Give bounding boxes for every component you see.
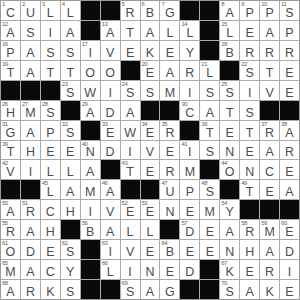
grid-cell[interactable]: 17I — [81, 41, 100, 60]
grid-cell[interactable]: E — [280, 61, 299, 80]
grid-cell[interactable]: I — [81, 200, 100, 219]
block-cell — [180, 1, 199, 20]
cell-letter: L — [141, 226, 160, 239]
grid-cell[interactable]: T — [260, 61, 279, 80]
cell-letter: A — [21, 266, 40, 279]
grid-cell[interactable]: 66L — [101, 260, 120, 279]
grid-cell[interactable]: L — [41, 160, 60, 179]
cell-letter: S — [61, 246, 80, 259]
crossword-board: 1C2U3L4L5R6B7G8A9P10P11S12ASIA13ATAL14L1… — [0, 0, 300, 300]
grid-cell[interactable]: A — [21, 220, 40, 239]
grid-cell[interactable]: A — [21, 41, 40, 60]
grid-cell[interactable]: 36T — [200, 121, 219, 140]
cell-letter: E — [141, 206, 160, 219]
block-cell — [220, 180, 239, 199]
grid-cell[interactable]: 27M — [21, 101, 40, 120]
grid-cell[interactable]: 20E — [141, 61, 160, 80]
cell-letter: S — [61, 87, 80, 100]
cell-letter: O — [1, 246, 20, 259]
grid-cell[interactable]: 51R — [21, 200, 40, 219]
cell-letter: A — [240, 286, 259, 299]
grid-cell[interactable]: 61O — [1, 240, 20, 259]
block-cell — [81, 260, 100, 279]
block-cell — [21, 180, 40, 199]
cell-letter: P — [280, 27, 299, 40]
grid-cell[interactable]: A — [141, 21, 160, 40]
cell-letter: A — [21, 67, 40, 80]
grid-cell[interactable]: P — [280, 21, 299, 40]
grid-cell[interactable]: A — [101, 220, 120, 239]
cell-letter: S — [21, 27, 40, 40]
grid-cell[interactable]: E — [260, 180, 279, 199]
grid-cell[interactable]: P — [180, 180, 199, 199]
cell-letter: R — [21, 206, 40, 219]
cell-letter: M — [1, 266, 20, 279]
cell-letter: S — [61, 47, 80, 60]
grid-cell[interactable]: 54Y — [220, 200, 239, 219]
cell-letter: E — [141, 127, 160, 140]
cell-letter: P — [41, 127, 60, 140]
grid-cell[interactable]: 53E — [141, 200, 160, 219]
grid-cell[interactable]: R — [180, 61, 199, 80]
grid-cell[interactable]: I — [280, 260, 299, 279]
cell-letter: B — [141, 7, 160, 20]
block-cell — [81, 121, 100, 140]
cell-letter: K — [220, 266, 239, 279]
grid-cell[interactable]: I — [240, 81, 259, 100]
cell-letter: R — [260, 266, 279, 279]
grid-cell[interactable]: 25S — [220, 81, 239, 100]
cell-letter: A — [220, 226, 239, 239]
grid-cell[interactable]: 7G — [160, 1, 179, 20]
cell-letter: E — [121, 206, 140, 219]
grid-cell[interactable]: 65M — [1, 260, 20, 279]
grid-cell[interactable]: D — [21, 240, 40, 259]
grid-cell[interactable]: 52E — [121, 200, 140, 219]
cell-letter: A — [81, 107, 100, 120]
grid-cell[interactable]: S — [200, 81, 219, 100]
cell-letter: A — [260, 27, 279, 40]
grid-cell[interactable]: 1C — [1, 1, 20, 20]
grid-cell[interactable]: A — [141, 280, 160, 299]
grid-cell[interactable]: 38A — [280, 121, 299, 140]
grid-cell[interactable]: 70S — [220, 280, 239, 299]
cell-letter: D — [280, 246, 299, 259]
grid-cell[interactable]: R — [280, 141, 299, 160]
grid-cell[interactable]: 3L — [41, 1, 60, 20]
grid-cell[interactable]: P — [41, 121, 60, 140]
cell-letter: M — [260, 226, 279, 239]
grid-cell[interactable]: D — [101, 101, 120, 120]
grid-cell[interactable]: 28S — [41, 101, 60, 120]
grid-cell[interactable]: O — [81, 61, 100, 80]
grid-cell[interactable]: H — [240, 240, 259, 259]
grid-cell[interactable]: K — [260, 280, 279, 299]
grid-cell[interactable]: L — [61, 160, 80, 179]
grid-cell[interactable]: 49T — [240, 180, 259, 199]
grid-cell[interactable]: M — [81, 180, 100, 199]
grid-cell[interactable]: E — [121, 41, 140, 60]
grid-cell[interactable]: I — [180, 81, 199, 100]
grid-cell[interactable]: 12A — [1, 21, 20, 40]
grid-cell[interactable]: L — [141, 220, 160, 239]
grid-cell[interactable]: 22S — [240, 61, 259, 80]
grid-cell[interactable]: 50A — [1, 200, 20, 219]
cell-letter: N — [141, 266, 160, 279]
block-cell — [280, 200, 299, 219]
grid-cell[interactable]: E — [160, 41, 179, 60]
block-cell — [81, 280, 100, 299]
cell-letter: H — [61, 206, 80, 219]
cell-letter: S — [121, 286, 140, 299]
grid-cell[interactable]: 5R — [121, 1, 140, 20]
grid-cell[interactable]: 18B — [220, 41, 239, 60]
grid-cell[interactable]: 45L — [41, 180, 60, 199]
cell-letter: L — [41, 186, 60, 199]
grid-cell[interactable]: I — [121, 141, 140, 160]
grid-cell[interactable]: E — [141, 240, 160, 259]
block-cell — [180, 280, 199, 299]
block-cell — [121, 180, 140, 199]
cell-letter: I — [81, 206, 100, 219]
cell-letter: N — [240, 166, 259, 179]
grid-cell[interactable]: V — [121, 240, 140, 259]
cell-letter: I — [41, 27, 60, 40]
grid-cell[interactable]: S — [141, 81, 160, 100]
grid-cell[interactable]: 6B — [141, 1, 160, 20]
grid-cell[interactable]: C — [260, 160, 279, 179]
grid-cell[interactable]: S — [21, 21, 40, 40]
grid-cell[interactable]: 42V — [1, 160, 20, 179]
cell-letter: E — [101, 127, 120, 140]
grid-cell[interactable]: 55R — [1, 220, 20, 239]
grid-cell[interactable]: S — [240, 101, 259, 120]
grid-cell[interactable]: N — [220, 240, 239, 259]
cell-letter: S — [41, 107, 60, 120]
cell-letter: G — [1, 127, 20, 140]
cell-letter: L — [200, 67, 219, 80]
grid-cell[interactable]: S — [41, 41, 60, 60]
grid-cell[interactable]: A — [280, 180, 299, 199]
block-cell — [260, 101, 279, 120]
block-cell — [21, 81, 40, 100]
grid-cell[interactable]: 62S — [61, 240, 80, 259]
cell-letter: E — [200, 246, 219, 259]
grid-cell[interactable]: 16P — [1, 41, 20, 60]
cell-letter: E — [121, 47, 140, 60]
grid-cell[interactable]: T — [61, 61, 80, 80]
cell-letter: T — [1, 146, 20, 159]
cell-letter: R — [280, 47, 299, 60]
grid-cell[interactable]: 68A — [1, 280, 20, 299]
grid-cell[interactable]: A — [260, 141, 279, 160]
grid-cell[interactable]: E — [41, 141, 60, 160]
grid-cell[interactable]: 10P — [260, 1, 279, 20]
grid-cell[interactable]: A — [121, 101, 140, 120]
grid-cell[interactable]: R — [260, 41, 279, 60]
grid-cell[interactable]: 44O — [220, 160, 239, 179]
grid-cell[interactable]: A — [260, 240, 279, 259]
grid-cell[interactable]: 35R — [160, 121, 179, 140]
block-cell — [1, 180, 20, 199]
grid-cell[interactable]: A — [260, 21, 279, 40]
block-cell — [81, 240, 100, 259]
grid-cell[interactable]: T — [220, 101, 239, 120]
grid-cell[interactable]: 13A — [101, 21, 120, 40]
grid-cell[interactable]: E — [280, 81, 299, 100]
grid-cell[interactable]: E — [280, 280, 299, 299]
grid-cell[interactable]: N — [220, 141, 239, 160]
cell-letter: A — [61, 27, 80, 40]
grid-cell[interactable]: T — [240, 121, 259, 140]
cell-letter: I — [180, 146, 199, 159]
grid-cell[interactable]: E — [200, 240, 219, 259]
grid-cell[interactable]: E — [61, 141, 80, 160]
grid-cell[interactable]: E — [200, 220, 219, 239]
grid-cell[interactable]: I — [121, 260, 140, 279]
grid-cell[interactable]: H — [61, 200, 80, 219]
grid-cell[interactable]: E — [141, 160, 160, 179]
grid-cell[interactable]: A — [21, 61, 40, 80]
grid-cell[interactable]: N — [160, 200, 179, 219]
grid-cell[interactable]: I — [41, 21, 60, 40]
grid-cell[interactable]: V — [260, 81, 279, 100]
block-cell — [200, 280, 219, 299]
grid-cell[interactable]: E — [160, 141, 179, 160]
cell-letter: N — [220, 246, 239, 259]
grid-cell[interactable]: H — [21, 141, 40, 160]
cell-letter: E — [280, 87, 299, 100]
grid-cell[interactable]: S — [61, 41, 80, 60]
grid-cell[interactable]: 43T — [121, 160, 140, 179]
grid-cell[interactable]: 8A — [220, 1, 239, 20]
cell-letter: O — [101, 67, 120, 80]
grid-cell[interactable]: E — [41, 240, 60, 259]
grid-cell[interactable]: M — [200, 200, 219, 219]
grid-cell[interactable]: M — [180, 160, 199, 179]
cell-letter: I — [180, 87, 199, 100]
block-cell — [141, 180, 160, 199]
grid-cell[interactable]: S — [61, 280, 80, 299]
grid-cell[interactable]: 11S — [280, 1, 299, 20]
cell-letter: E — [260, 186, 279, 199]
cell-letter: S — [240, 67, 259, 80]
cell-letter: C — [41, 266, 60, 279]
cell-letter: T — [220, 107, 239, 120]
grid-cell[interactable]: V — [101, 200, 120, 219]
cell-letter: R — [260, 127, 279, 140]
grid-cell[interactable]: 31G — [1, 121, 20, 140]
grid-cell[interactable]: 29A — [81, 101, 100, 120]
grid-cell[interactable]: 64B — [160, 240, 179, 259]
grid-cell[interactable]: E — [280, 160, 299, 179]
cell-letter: K — [260, 286, 279, 299]
grid-cell[interactable]: D — [180, 260, 199, 279]
cell-letter: H — [21, 146, 40, 159]
grid-cell[interactable]: I — [21, 160, 40, 179]
grid-cell[interactable]: 21L — [200, 61, 219, 80]
grid-cell[interactable]: W — [81, 81, 100, 100]
grid-cell[interactable]: D — [280, 240, 299, 259]
cell-letter: L — [160, 27, 179, 40]
grid-cell[interactable]: 63I — [101, 240, 120, 259]
grid-cell[interactable]: M — [160, 81, 179, 100]
cell-letter: P — [180, 186, 199, 199]
block-cell — [200, 21, 219, 40]
grid-cell[interactable]: R — [280, 41, 299, 60]
cell-letter: C — [180, 107, 199, 120]
grid-cell[interactable]: 15L — [220, 21, 239, 40]
grid-cell[interactable]: 59M — [260, 220, 279, 239]
cell-letter: A — [280, 127, 299, 140]
grid-cell[interactable]: 24S — [121, 81, 140, 100]
grid-cell[interactable]: T — [41, 61, 60, 80]
cell-letter: M — [160, 87, 179, 100]
grid-cell[interactable]: R — [260, 260, 279, 279]
grid-cell[interactable]: E — [240, 141, 259, 160]
grid-cell[interactable]: 57D — [180, 220, 199, 239]
grid-cell[interactable]: L — [121, 220, 140, 239]
cell-letter: E — [220, 127, 239, 140]
grid-cell[interactable]: A — [81, 160, 100, 179]
grid-cell[interactable]: 40N — [81, 141, 100, 160]
cell-letter: U — [21, 7, 40, 20]
grid-cell[interactable]: 41I — [180, 141, 199, 160]
block-cell — [200, 41, 219, 60]
cell-letter: Y — [180, 47, 199, 60]
grid-cell[interactable]: G — [160, 280, 179, 299]
grid-cell[interactable]: E — [220, 121, 239, 140]
grid-cell[interactable]: E — [180, 240, 199, 259]
grid-cell[interactable]: T — [121, 21, 140, 40]
cell-letter: G — [160, 7, 179, 20]
grid-cell[interactable]: K — [141, 41, 160, 60]
grid-cell[interactable]: S — [200, 141, 219, 160]
grid-cell[interactable]: A — [200, 101, 219, 120]
grid-cell[interactable]: 48S — [200, 180, 219, 199]
cell-letter: A — [101, 226, 120, 239]
grid-cell[interactable]: 2U — [21, 1, 40, 20]
cell-letter: E — [41, 246, 60, 259]
cell-letter: M — [21, 107, 40, 120]
grid-cell[interactable]: E — [160, 260, 179, 279]
cell-letter: E — [141, 246, 160, 259]
grid-cell[interactable]: A — [21, 260, 40, 279]
grid-cell[interactable]: V — [101, 41, 120, 60]
cell-letter: R — [160, 166, 179, 179]
grid-cell[interactable]: 4L — [61, 1, 80, 20]
cell-letter: L — [121, 226, 140, 239]
grid-cell[interactable]: 46A — [101, 180, 120, 199]
cell-letter: R — [21, 286, 40, 299]
grid-cell[interactable]: E — [240, 260, 259, 279]
grid-cell[interactable]: 14L — [180, 21, 199, 40]
grid-cell[interactable]: 19T — [1, 61, 20, 80]
cell-letter: L — [220, 27, 239, 40]
grid-cell[interactable]: 56B — [81, 220, 100, 239]
grid-cell[interactable]: I — [101, 81, 120, 100]
grid-cell[interactable]: N — [240, 160, 259, 179]
cell-letter: R — [1, 226, 20, 239]
grid-cell[interactable]: H — [41, 220, 60, 239]
grid-cell[interactable]: A — [240, 280, 259, 299]
grid-cell[interactable]: 39T — [1, 141, 20, 160]
block-cell — [280, 101, 299, 120]
cell-letter: S — [200, 146, 219, 159]
grid-cell[interactable]: A — [21, 121, 40, 140]
cell-letter: I — [21, 166, 40, 179]
grid-cell[interactable]: N — [141, 260, 160, 279]
grid-cell[interactable]: 32S — [61, 121, 80, 140]
grid-cell[interactable]: 60E — [280, 220, 299, 239]
cell-letter: D — [101, 107, 120, 120]
grid-cell[interactable]: R — [21, 280, 40, 299]
cell-letter: T — [121, 27, 140, 40]
cell-letter: R — [240, 226, 259, 239]
grid-cell[interactable]: 67K — [220, 260, 239, 279]
grid-cell[interactable]: 23S — [61, 81, 80, 100]
cell-letter: C — [41, 206, 60, 219]
cell-letter: A — [141, 286, 160, 299]
grid-cell[interactable]: 34E — [141, 121, 160, 140]
cell-letter: E — [280, 67, 299, 80]
grid-cell[interactable]: 26H — [1, 101, 20, 120]
grid-cell[interactable]: A — [61, 21, 80, 40]
cell-letter: L — [61, 166, 80, 179]
cell-letter: V — [260, 87, 279, 100]
cell-letter: S — [200, 186, 219, 199]
grid-cell[interactable]: K — [41, 280, 60, 299]
cell-letter: T — [200, 127, 219, 140]
grid-cell[interactable]: E — [240, 21, 259, 40]
cell-letter: A — [121, 107, 140, 120]
cell-letter: A — [141, 27, 160, 40]
grid-cell[interactable]: 9P — [240, 1, 259, 20]
grid-cell[interactable]: 33E — [101, 121, 120, 140]
cell-letter: N — [81, 146, 100, 159]
grid-cell[interactable]: V — [141, 141, 160, 160]
grid-cell[interactable]: 37R — [260, 121, 279, 140]
grid-cell[interactable]: E — [180, 200, 199, 219]
grid-cell[interactable]: L — [160, 21, 179, 40]
grid-cell[interactable]: A — [220, 220, 239, 239]
grid-cell[interactable]: R — [160, 160, 179, 179]
cell-letter: L — [101, 266, 120, 279]
cell-letter: E — [141, 67, 160, 80]
grid-cell[interactable]: W — [121, 121, 140, 140]
grid-cell[interactable]: 30C — [180, 101, 199, 120]
grid-cell[interactable]: O — [101, 61, 120, 80]
block-cell — [160, 220, 179, 239]
cell-letter: E — [240, 27, 259, 40]
grid-cell[interactable]: 47U — [160, 180, 179, 199]
block-cell — [180, 121, 199, 140]
grid-cell[interactable]: A — [160, 61, 179, 80]
cell-letter: S — [61, 127, 80, 140]
grid-cell[interactable]: 69S — [121, 280, 140, 299]
grid-cell[interactable]: D — [101, 141, 120, 160]
grid-cell[interactable]: Y — [180, 41, 199, 60]
grid-cell[interactable]: C — [41, 260, 60, 279]
cell-letter: V — [101, 47, 120, 60]
grid-cell[interactable]: C — [41, 200, 60, 219]
grid-cell[interactable]: Y — [61, 260, 80, 279]
grid-cell[interactable]: R — [240, 41, 259, 60]
grid-cell[interactable]: 58R — [240, 220, 259, 239]
grid-cell[interactable]: A — [61, 180, 80, 199]
cell-letter: K — [41, 286, 60, 299]
block-cell — [121, 61, 140, 80]
